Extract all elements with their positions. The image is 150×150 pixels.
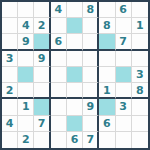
- cell-r3c6[interactable]: [83, 34, 99, 50]
- cell-r5c6[interactable]: [83, 67, 99, 83]
- cell-r9c9[interactable]: [132, 132, 148, 148]
- cell-r6c8[interactable]: [116, 83, 132, 99]
- cell-r4c6[interactable]: [83, 51, 99, 67]
- cell-r9c2[interactable]: 2: [18, 132, 34, 148]
- cell-r9c4[interactable]: [51, 132, 67, 148]
- cell-r3c9[interactable]: [132, 34, 148, 50]
- cell-r6c5[interactable]: [67, 83, 83, 99]
- cell-r3c2[interactable]: 9: [18, 34, 34, 50]
- cell-r7c7[interactable]: [99, 99, 115, 115]
- cell-r2c2[interactable]: 4: [18, 18, 34, 34]
- cell-r6c1[interactable]: 2: [2, 83, 18, 99]
- cell-r9c3[interactable]: [34, 132, 50, 148]
- cell-r2c1[interactable]: [2, 18, 18, 34]
- cell-r2c9[interactable]: 1: [132, 18, 148, 34]
- cell-r4c2[interactable]: [18, 51, 34, 67]
- cell-r4c4[interactable]: [51, 51, 67, 67]
- cell-r3c7[interactable]: [99, 34, 115, 50]
- cell-r2c6[interactable]: [83, 18, 99, 34]
- cell-r3c8[interactable]: 7: [116, 34, 132, 50]
- cell-r9c6[interactable]: 7: [83, 132, 99, 148]
- cell-r5c7[interactable]: [99, 67, 115, 83]
- cell-r9c5[interactable]: 6: [67, 132, 83, 148]
- cell-r5c3[interactable]: [34, 67, 50, 83]
- cell-r8c3[interactable]: 7: [34, 116, 50, 132]
- cell-r6c7[interactable]: 1: [99, 83, 115, 99]
- cell-r6c6[interactable]: [83, 83, 99, 99]
- cell-r8c7[interactable]: 6: [99, 116, 115, 132]
- cell-r5c2[interactable]: [18, 67, 34, 83]
- cell-r8c2[interactable]: [18, 116, 34, 132]
- cell-r7c3[interactable]: [34, 99, 50, 115]
- cell-r9c8[interactable]: [116, 132, 132, 148]
- cell-r4c5[interactable]: [67, 51, 83, 67]
- cell-r7c6[interactable]: 9: [83, 99, 99, 115]
- cell-r7c2[interactable]: 1: [18, 99, 34, 115]
- cell-r8c6[interactable]: [83, 116, 99, 132]
- cell-r4c1[interactable]: 3: [2, 51, 18, 67]
- cell-r7c9[interactable]: [132, 99, 148, 115]
- cell-r1c9[interactable]: [132, 2, 148, 18]
- cell-r2c3[interactable]: 2: [34, 18, 50, 34]
- cell-r2c5[interactable]: [67, 18, 83, 34]
- sudoku-board: 4864281967393218193476267: [0, 0, 150, 150]
- cell-r9c1[interactable]: [2, 132, 18, 148]
- cell-r9c7[interactable]: [99, 132, 115, 148]
- cell-r6c9[interactable]: 8: [132, 83, 148, 99]
- cell-r6c2[interactable]: [18, 83, 34, 99]
- cell-r3c4[interactable]: 6: [51, 34, 67, 50]
- cell-r7c8[interactable]: 3: [116, 99, 132, 115]
- cell-r4c3[interactable]: 9: [34, 51, 50, 67]
- cell-r1c6[interactable]: 8: [83, 2, 99, 18]
- cell-r1c8[interactable]: 6: [116, 2, 132, 18]
- cell-r1c7[interactable]: [99, 2, 115, 18]
- cell-r1c4[interactable]: 4: [51, 2, 67, 18]
- cell-r8c9[interactable]: [132, 116, 148, 132]
- cell-r3c3[interactable]: [34, 34, 50, 50]
- cell-r6c4[interactable]: [51, 83, 67, 99]
- cell-r8c1[interactable]: 4: [2, 116, 18, 132]
- cell-r8c5[interactable]: [67, 116, 83, 132]
- cell-r1c1[interactable]: [2, 2, 18, 18]
- cell-r6c3[interactable]: [34, 83, 50, 99]
- cell-r5c4[interactable]: [51, 67, 67, 83]
- cell-r7c1[interactable]: [2, 99, 18, 115]
- cell-r8c4[interactable]: [51, 116, 67, 132]
- cell-r7c4[interactable]: [51, 99, 67, 115]
- cell-r5c8[interactable]: [116, 67, 132, 83]
- cell-r2c4[interactable]: [51, 18, 67, 34]
- cell-r5c1[interactable]: [2, 67, 18, 83]
- cell-r1c5[interactable]: [67, 2, 83, 18]
- cell-r3c1[interactable]: [2, 34, 18, 50]
- cell-r4c7[interactable]: [99, 51, 115, 67]
- cell-r2c7[interactable]: 8: [99, 18, 115, 34]
- cell-r5c5[interactable]: [67, 67, 83, 83]
- cell-r8c8[interactable]: [116, 116, 132, 132]
- cell-r1c2[interactable]: [18, 2, 34, 18]
- cell-r7c5[interactable]: [67, 99, 83, 115]
- cell-r4c8[interactable]: [116, 51, 132, 67]
- cell-r4c9[interactable]: [132, 51, 148, 67]
- cell-r1c3[interactable]: [34, 2, 50, 18]
- cell-r2c8[interactable]: [116, 18, 132, 34]
- cell-r5c9[interactable]: 3: [132, 67, 148, 83]
- cell-r3c5[interactable]: [67, 34, 83, 50]
